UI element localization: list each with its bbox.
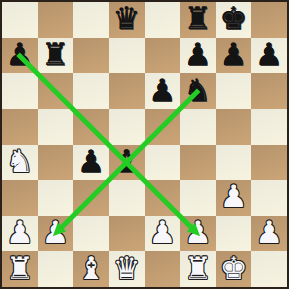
square-f2[interactable]: ♟	[180, 216, 216, 252]
square-b4[interactable]	[38, 145, 74, 181]
square-c3[interactable]	[73, 180, 109, 216]
square-e4[interactable]	[145, 145, 181, 181]
square-h5[interactable]	[251, 109, 287, 145]
square-f6[interactable]: ♞	[180, 73, 216, 109]
white-rook[interactable]: ♜	[184, 253, 212, 284]
square-c8[interactable]	[73, 2, 109, 38]
square-c2[interactable]	[73, 216, 109, 252]
square-d8[interactable]: ♛	[109, 2, 145, 38]
square-e7[interactable]	[145, 38, 181, 74]
square-d6[interactable]	[109, 73, 145, 109]
square-b3[interactable]	[38, 180, 74, 216]
square-g2[interactable]	[216, 216, 252, 252]
square-b6[interactable]	[38, 73, 74, 109]
square-h7[interactable]: ♟	[251, 38, 287, 74]
black-king[interactable]: ♚	[220, 3, 248, 34]
white-pawn[interactable]: ♟	[255, 217, 283, 248]
square-e3[interactable]	[145, 180, 181, 216]
white-queen[interactable]: ♛	[113, 253, 141, 284]
square-c1[interactable]: ♝	[73, 251, 109, 287]
black-rook[interactable]: ♜	[184, 3, 212, 34]
square-g4[interactable]	[216, 145, 252, 181]
square-f3[interactable]	[180, 180, 216, 216]
black-pawn[interactable]: ♟	[220, 39, 248, 70]
square-c6[interactable]	[73, 73, 109, 109]
white-knight[interactable]: ♞	[6, 146, 34, 177]
square-f4[interactable]	[180, 145, 216, 181]
black-bishop[interactable]: ♝	[113, 146, 141, 177]
square-a8[interactable]	[2, 2, 38, 38]
square-h8[interactable]	[251, 2, 287, 38]
black-pawn[interactable]: ♟	[77, 146, 105, 177]
black-queen[interactable]: ♛	[113, 3, 141, 34]
square-e1[interactable]	[145, 251, 181, 287]
black-pawn[interactable]: ♟	[6, 39, 34, 70]
square-a1[interactable]: ♜	[2, 251, 38, 287]
square-e6[interactable]: ♟	[145, 73, 181, 109]
white-pawn[interactable]: ♟	[42, 217, 70, 248]
square-b5[interactable]	[38, 109, 74, 145]
black-knight[interactable]: ♞	[184, 75, 212, 106]
white-king[interactable]: ♚	[220, 253, 248, 284]
square-g7[interactable]: ♟	[216, 38, 252, 74]
square-g8[interactable]: ♚	[216, 2, 252, 38]
square-b2[interactable]: ♟	[38, 216, 74, 252]
square-a3[interactable]	[2, 180, 38, 216]
square-d1[interactable]: ♛	[109, 251, 145, 287]
square-d5[interactable]	[109, 109, 145, 145]
black-rook[interactable]: ♜	[42, 39, 70, 70]
square-h2[interactable]: ♟	[251, 216, 287, 252]
square-c7[interactable]	[73, 38, 109, 74]
chess-board: ♛♜♚♟♜♟♟♟♟♞♞♟♝♟♟♟♟♟♟♜♝♛♜♚	[0, 0, 289, 289]
square-b8[interactable]	[38, 2, 74, 38]
square-a7[interactable]: ♟	[2, 38, 38, 74]
square-g1[interactable]: ♚	[216, 251, 252, 287]
square-d7[interactable]	[109, 38, 145, 74]
black-pawn[interactable]: ♟	[184, 39, 212, 70]
square-b7[interactable]: ♜	[38, 38, 74, 74]
square-d2[interactable]	[109, 216, 145, 252]
square-f7[interactable]: ♟	[180, 38, 216, 74]
square-h1[interactable]	[251, 251, 287, 287]
square-g3[interactable]: ♟	[216, 180, 252, 216]
square-d3[interactable]	[109, 180, 145, 216]
square-b1[interactable]	[38, 251, 74, 287]
white-pawn[interactable]: ♟	[6, 217, 34, 248]
square-h4[interactable]	[251, 145, 287, 181]
square-f8[interactable]: ♜	[180, 2, 216, 38]
square-g6[interactable]	[216, 73, 252, 109]
square-h3[interactable]	[251, 180, 287, 216]
board-grid: ♛♜♚♟♜♟♟♟♟♞♞♟♝♟♟♟♟♟♟♜♝♛♜♚	[0, 0, 289, 289]
black-pawn[interactable]: ♟	[255, 39, 283, 70]
white-pawn[interactable]: ♟	[220, 181, 248, 212]
square-g5[interactable]	[216, 109, 252, 145]
square-e8[interactable]	[145, 2, 181, 38]
square-a2[interactable]: ♟	[2, 216, 38, 252]
white-bishop[interactable]: ♝	[77, 253, 105, 284]
black-pawn[interactable]: ♟	[148, 75, 176, 106]
square-h6[interactable]	[251, 73, 287, 109]
square-e2[interactable]: ♟	[145, 216, 181, 252]
square-d4[interactable]: ♝	[109, 145, 145, 181]
square-a4[interactable]: ♞	[2, 145, 38, 181]
white-pawn[interactable]: ♟	[184, 217, 212, 248]
square-f1[interactable]: ♜	[180, 251, 216, 287]
square-c5[interactable]	[73, 109, 109, 145]
white-pawn[interactable]: ♟	[148, 217, 176, 248]
square-a5[interactable]	[2, 109, 38, 145]
square-f5[interactable]	[180, 109, 216, 145]
square-a6[interactable]	[2, 73, 38, 109]
square-c4[interactable]: ♟	[73, 145, 109, 181]
white-rook[interactable]: ♜	[6, 253, 34, 284]
square-e5[interactable]	[145, 109, 181, 145]
